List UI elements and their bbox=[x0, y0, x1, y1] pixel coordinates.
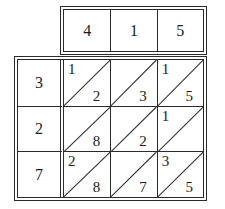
tens-digit: 1 bbox=[162, 61, 170, 78]
lattice-cell: 2 bbox=[110, 106, 156, 152]
units-digit: 5 bbox=[185, 179, 193, 196]
digit-label: 3 bbox=[35, 74, 43, 92]
multiplier-digit: 7 bbox=[18, 151, 64, 197]
lattice-cell: 8 bbox=[64, 106, 110, 152]
units-digit: 3 bbox=[139, 88, 147, 105]
multiplier-digit: 2 bbox=[18, 106, 64, 152]
diagonal-line bbox=[111, 152, 156, 197]
diagonal-line bbox=[64, 107, 110, 152]
tens-digit: 1 bbox=[162, 108, 170, 125]
tens-digit: 3 bbox=[162, 153, 170, 170]
units-digit: 5 bbox=[185, 88, 193, 105]
tens-digit: 1 bbox=[68, 61, 76, 78]
multiplicand-digit: 4 bbox=[64, 10, 110, 51]
lattice-cell: 1 bbox=[157, 106, 203, 152]
units-digit: 7 bbox=[139, 179, 147, 196]
lattice-cell: 7 bbox=[110, 151, 156, 197]
lattice-cell: 1 2 bbox=[64, 60, 110, 106]
digit-label: 5 bbox=[176, 22, 184, 40]
digit-label: 2 bbox=[35, 120, 43, 138]
lattice-cell: 1 5 bbox=[157, 60, 203, 106]
lattice-multiplication-diagram: 4 1 5 3 1 2 3 1 5 2 bbox=[0, 0, 225, 209]
tens-digit: 2 bbox=[68, 153, 76, 170]
multiplicand-digit: 5 bbox=[157, 10, 203, 51]
digit-label: 1 bbox=[130, 22, 138, 40]
multiplicand-row: 4 1 5 bbox=[60, 6, 207, 55]
units-digit: 2 bbox=[139, 133, 147, 150]
lattice-grid: 3 1 2 3 1 5 2 8 2 bbox=[14, 56, 207, 201]
lattice-cell: 2 8 bbox=[64, 151, 110, 197]
multiplicand-digit: 1 bbox=[110, 10, 156, 51]
lattice-cell: 3 5 bbox=[157, 151, 203, 197]
lattice-cell: 3 bbox=[110, 60, 156, 106]
units-digit: 8 bbox=[93, 133, 101, 150]
units-digit: 8 bbox=[93, 179, 101, 196]
digit-label: 7 bbox=[35, 166, 43, 184]
digit-label: 4 bbox=[83, 22, 91, 40]
units-digit: 2 bbox=[93, 88, 101, 105]
diagonal-line bbox=[111, 107, 156, 152]
multiplier-digit: 3 bbox=[18, 60, 64, 106]
diagonal-line bbox=[111, 60, 156, 106]
